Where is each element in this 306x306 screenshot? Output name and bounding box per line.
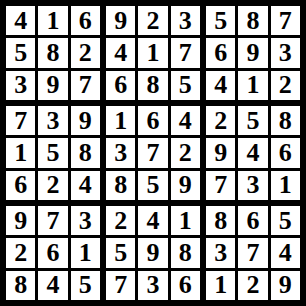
cell-r9c9: 9: [271, 271, 300, 300]
cell-r2c2: 8: [38, 38, 67, 67]
cell-r1c9: 7: [271, 6, 300, 35]
cell-r2c6: 7: [171, 38, 200, 67]
cell-r1c1: 4: [6, 6, 35, 35]
sudoku-box-9: 865374129: [206, 206, 300, 300]
sudoku-box-8: 241598736: [106, 206, 200, 300]
cell-r4c1: 7: [6, 106, 35, 135]
cell-r6c2: 2: [38, 171, 67, 200]
cell-r3c3: 7: [71, 71, 100, 100]
cell-r6c5: 5: [138, 171, 167, 200]
cell-r8c4: 5: [106, 238, 135, 267]
cell-r8c8: 7: [238, 238, 267, 267]
cell-r3c4: 6: [106, 71, 135, 100]
cell-r4c6: 4: [171, 106, 200, 135]
cell-r4c7: 2: [206, 106, 235, 135]
cell-r6c6: 9: [171, 171, 200, 200]
sudoku-box-1: 416582397: [6, 6, 100, 100]
sudoku-box-4: 739158624: [6, 106, 100, 200]
cell-r7c8: 6: [238, 206, 267, 235]
cell-r8c7: 3: [206, 238, 235, 267]
cell-r4c9: 8: [271, 106, 300, 135]
cell-r8c5: 9: [138, 238, 167, 267]
cell-r6c9: 1: [271, 171, 300, 200]
cell-r7c1: 9: [6, 206, 35, 235]
cell-r1c6: 3: [171, 6, 200, 35]
cell-r2c3: 2: [71, 38, 100, 67]
cell-r8c9: 4: [271, 238, 300, 267]
cell-r3c9: 2: [271, 71, 300, 100]
cell-r7c2: 7: [38, 206, 67, 235]
cell-r6c7: 7: [206, 171, 235, 200]
cell-r9c3: 5: [71, 271, 100, 300]
cell-r7c3: 3: [71, 206, 100, 235]
cell-r4c2: 3: [38, 106, 67, 135]
cell-r5c2: 5: [38, 138, 67, 167]
cell-r2c5: 1: [138, 38, 167, 67]
cell-r2c1: 5: [6, 38, 35, 67]
cell-r3c2: 9: [38, 71, 67, 100]
cell-r2c7: 6: [206, 38, 235, 67]
cell-r5c8: 4: [238, 138, 267, 167]
cell-r1c2: 1: [38, 6, 67, 35]
sudoku-box-6: 258946731: [206, 106, 300, 200]
cell-r5c7: 9: [206, 138, 235, 167]
cell-r5c1: 1: [6, 138, 35, 167]
cell-r5c9: 6: [271, 138, 300, 167]
cell-r9c1: 8: [6, 271, 35, 300]
cell-r6c8: 3: [238, 171, 267, 200]
cell-r7c9: 5: [271, 206, 300, 235]
cell-r1c3: 6: [71, 6, 100, 35]
cell-r5c4: 3: [106, 138, 135, 167]
cell-r1c7: 5: [206, 6, 235, 35]
cell-r5c5: 7: [138, 138, 167, 167]
cell-r4c4: 1: [106, 106, 135, 135]
cell-r3c5: 8: [138, 71, 167, 100]
cell-r7c7: 8: [206, 206, 235, 235]
cell-r3c8: 1: [238, 71, 267, 100]
cell-r8c2: 6: [38, 238, 67, 267]
cell-r8c3: 1: [71, 238, 100, 267]
sudoku-box-7: 973261845: [6, 206, 100, 300]
sudoku-board: 4165823979234176855876934127391586241643…: [0, 0, 306, 306]
cell-r1c8: 8: [238, 6, 267, 35]
cell-r9c7: 1: [206, 271, 235, 300]
cell-r5c3: 8: [71, 138, 100, 167]
cell-r2c9: 3: [271, 38, 300, 67]
sudoku-box-5: 164372859: [106, 106, 200, 200]
cell-r8c6: 8: [171, 238, 200, 267]
cell-r9c6: 6: [171, 271, 200, 300]
cell-r7c5: 4: [138, 206, 167, 235]
cell-r6c1: 6: [6, 171, 35, 200]
cell-r9c2: 4: [38, 271, 67, 300]
cell-r4c8: 5: [238, 106, 267, 135]
sudoku-box-2: 923417685: [106, 6, 200, 100]
cell-r3c7: 4: [206, 71, 235, 100]
cell-r3c1: 3: [6, 71, 35, 100]
cell-r9c8: 2: [238, 271, 267, 300]
cell-r9c4: 7: [106, 271, 135, 300]
sudoku-box-3: 587693412: [206, 6, 300, 100]
cell-r6c4: 8: [106, 171, 135, 200]
cell-r2c4: 4: [106, 38, 135, 67]
cell-r6c3: 4: [71, 171, 100, 200]
cell-r1c5: 2: [138, 6, 167, 35]
cell-r8c1: 2: [6, 238, 35, 267]
cell-r2c8: 9: [238, 38, 267, 67]
cell-r7c6: 1: [171, 206, 200, 235]
cell-r5c6: 2: [171, 138, 200, 167]
cell-r4c5: 6: [138, 106, 167, 135]
cell-r9c5: 3: [138, 271, 167, 300]
cell-r4c3: 9: [71, 106, 100, 135]
cell-r3c6: 5: [171, 71, 200, 100]
cell-r7c4: 2: [106, 206, 135, 235]
cell-r1c4: 9: [106, 6, 135, 35]
